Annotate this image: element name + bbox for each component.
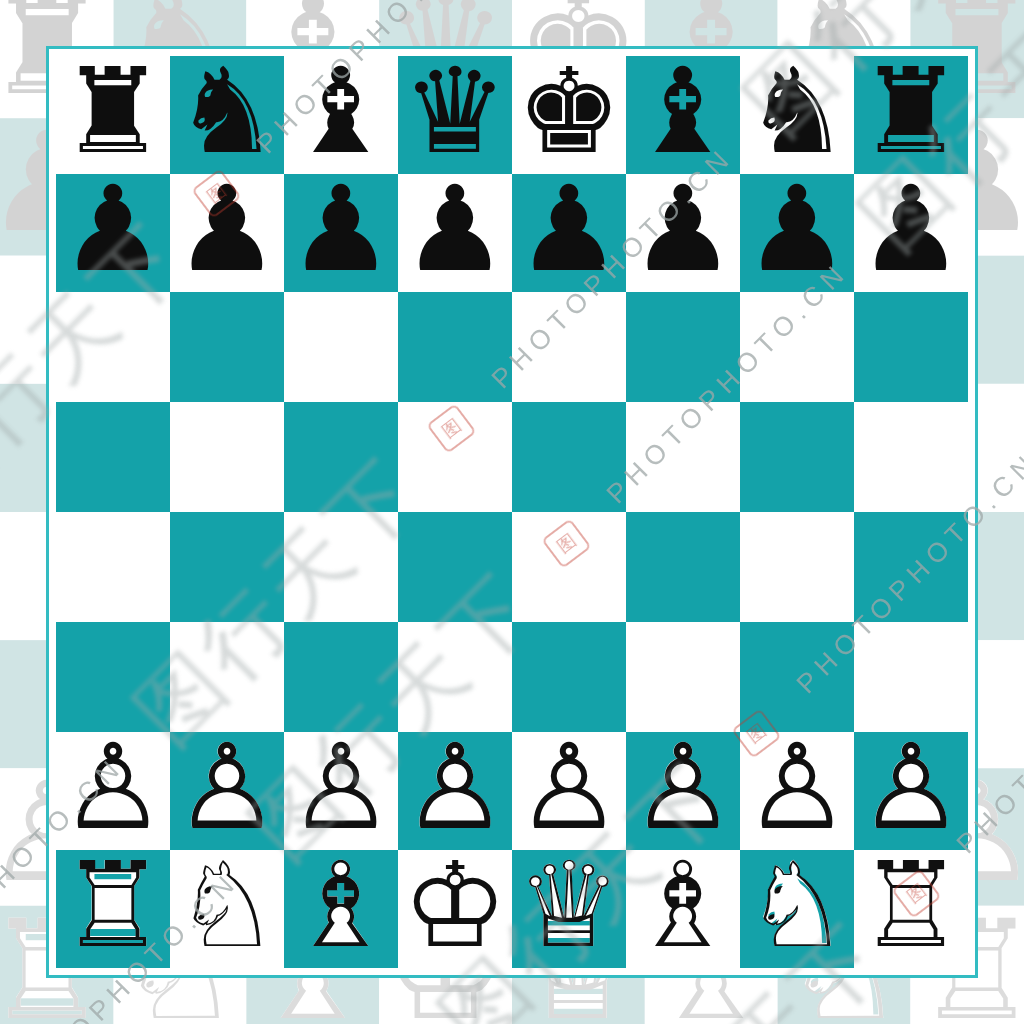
square-g5[interactable] bbox=[740, 402, 854, 512]
square-e4[interactable] bbox=[512, 512, 626, 622]
piece-black-pawn-icon: ♟ bbox=[516, 170, 622, 288]
square-g4[interactable] bbox=[740, 512, 854, 622]
square-b2[interactable]: ♟♙ bbox=[170, 732, 284, 850]
square-d8[interactable]: ♛ bbox=[398, 56, 512, 174]
piece-white-knight-icon: ♞♘ bbox=[744, 846, 850, 964]
square-a1[interactable]: ♜♖ bbox=[56, 850, 170, 968]
square-h5[interactable] bbox=[854, 402, 968, 512]
square-c8[interactable]: ♝ bbox=[284, 56, 398, 174]
square-a4[interactable] bbox=[56, 512, 170, 622]
piece-white-pawn-icon: ♟♙ bbox=[858, 728, 964, 846]
square-h1[interactable]: ♜♖ bbox=[854, 850, 968, 968]
piece-black-pawn-icon: ♟ bbox=[402, 170, 508, 288]
square-e8[interactable]: ♚ bbox=[512, 56, 626, 174]
square-c2[interactable]: ♟♙ bbox=[284, 732, 398, 850]
square-e7[interactable]: ♟ bbox=[512, 174, 626, 292]
square-g1[interactable]: ♞♘ bbox=[740, 850, 854, 968]
piece-black-pawn-icon: ♟ bbox=[60, 170, 166, 288]
square-a7[interactable]: ♟ bbox=[56, 174, 170, 292]
square-f6[interactable] bbox=[626, 292, 740, 402]
square-d5[interactable] bbox=[398, 402, 512, 512]
square-b8[interactable]: ♞ bbox=[170, 56, 284, 174]
piece-black-pawn-icon: ♟ bbox=[630, 170, 736, 288]
piece-white-bishop-icon: ♝♗ bbox=[288, 846, 394, 964]
square-d1[interactable]: ♚♔ bbox=[398, 850, 512, 968]
square-f5[interactable] bbox=[626, 402, 740, 512]
piece-black-knight-icon: ♞ bbox=[744, 52, 850, 170]
chessboard-frame: ♜♞♝♛♚♝♞♜♟♟♟♟♟♟♟♟♟♙♟♙♟♙♟♙♟♙♟♙♟♙♟♙♜♖♞♘♝♗♚♔… bbox=[46, 46, 978, 978]
square-e1[interactable]: ♛♕ bbox=[512, 850, 626, 968]
square-c4[interactable] bbox=[284, 512, 398, 622]
piece-white-pawn-icon: ♟♙ bbox=[174, 728, 280, 846]
square-h3[interactable] bbox=[854, 622, 968, 732]
square-c5[interactable] bbox=[284, 402, 398, 512]
square-e5[interactable] bbox=[512, 402, 626, 512]
piece-black-bishop-icon: ♝ bbox=[288, 52, 394, 170]
square-d6[interactable] bbox=[398, 292, 512, 402]
square-b7[interactable]: ♟ bbox=[170, 174, 284, 292]
piece-white-pawn-icon: ♟♙ bbox=[60, 728, 166, 846]
square-b5[interactable] bbox=[170, 402, 284, 512]
chessboard: ♜♞♝♛♚♝♞♜♟♟♟♟♟♟♟♟♟♙♟♙♟♙♟♙♟♙♟♙♟♙♟♙♜♖♞♘♝♗♚♔… bbox=[56, 56, 968, 968]
piece-white-bishop-icon: ♝♗ bbox=[630, 846, 736, 964]
piece-white-knight-icon: ♞♘ bbox=[174, 846, 280, 964]
square-h2[interactable]: ♟♙ bbox=[854, 732, 968, 850]
piece-black-bishop-icon: ♝ bbox=[630, 52, 736, 170]
square-h4[interactable] bbox=[854, 512, 968, 622]
square-g7[interactable]: ♟ bbox=[740, 174, 854, 292]
square-e3[interactable] bbox=[512, 622, 626, 732]
square-g8[interactable]: ♞ bbox=[740, 56, 854, 174]
square-f1[interactable]: ♝♗ bbox=[626, 850, 740, 968]
square-g2[interactable]: ♟♙ bbox=[740, 732, 854, 850]
piece-white-king-icon: ♚♔ bbox=[402, 846, 508, 964]
square-d4[interactable] bbox=[398, 512, 512, 622]
square-e6[interactable] bbox=[512, 292, 626, 402]
page: ♜♞♝♛♚♝♞♜♟♟♟♟♟♟♟♟♟♙♟♙♟♙♟♙♟♙♟♙♟♙♟♙♜♖♞♘♝♗♚♔… bbox=[0, 0, 1024, 1024]
square-g6[interactable] bbox=[740, 292, 854, 402]
square-c6[interactable] bbox=[284, 292, 398, 402]
square-g3[interactable] bbox=[740, 622, 854, 732]
square-d2[interactable]: ♟♙ bbox=[398, 732, 512, 850]
piece-black-knight-icon: ♞ bbox=[174, 52, 280, 170]
square-d3[interactable] bbox=[398, 622, 512, 732]
square-c1[interactable]: ♝♗ bbox=[284, 850, 398, 968]
square-f2[interactable]: ♟♙ bbox=[626, 732, 740, 850]
piece-black-pawn-icon: ♟ bbox=[858, 170, 964, 288]
square-d7[interactable]: ♟ bbox=[398, 174, 512, 292]
square-f7[interactable]: ♟ bbox=[626, 174, 740, 292]
piece-black-pawn-icon: ♟ bbox=[744, 170, 850, 288]
square-e2[interactable]: ♟♙ bbox=[512, 732, 626, 850]
square-a3[interactable] bbox=[56, 622, 170, 732]
square-c7[interactable]: ♟ bbox=[284, 174, 398, 292]
piece-white-pawn-icon: ♟♙ bbox=[630, 728, 736, 846]
piece-white-pawn-icon: ♟♙ bbox=[288, 728, 394, 846]
piece-white-pawn-icon: ♟♙ bbox=[516, 728, 622, 846]
piece-white-pawn-icon: ♟♙ bbox=[402, 728, 508, 846]
square-f4[interactable] bbox=[626, 512, 740, 622]
square-f8[interactable]: ♝ bbox=[626, 56, 740, 174]
square-a6[interactable] bbox=[56, 292, 170, 402]
piece-black-king-icon: ♚ bbox=[516, 52, 622, 170]
square-a2[interactable]: ♟♙ bbox=[56, 732, 170, 850]
square-b6[interactable] bbox=[170, 292, 284, 402]
square-h6[interactable] bbox=[854, 292, 968, 402]
piece-black-rook-icon: ♜ bbox=[858, 52, 964, 170]
piece-black-rook-icon: ♜ bbox=[60, 52, 166, 170]
piece-black-pawn-icon: ♟ bbox=[174, 170, 280, 288]
piece-black-queen-icon: ♛ bbox=[402, 52, 508, 170]
piece-white-pawn-icon: ♟♙ bbox=[744, 728, 850, 846]
square-a8[interactable]: ♜ bbox=[56, 56, 170, 174]
square-c3[interactable] bbox=[284, 622, 398, 732]
square-h7[interactable]: ♟ bbox=[854, 174, 968, 292]
piece-black-pawn-icon: ♟ bbox=[288, 170, 394, 288]
square-f3[interactable] bbox=[626, 622, 740, 732]
square-b1[interactable]: ♞♘ bbox=[170, 850, 284, 968]
piece-white-queen-icon: ♛♕ bbox=[516, 846, 622, 964]
square-a5[interactable] bbox=[56, 402, 170, 512]
square-b3[interactable] bbox=[170, 622, 284, 732]
piece-white-rook-icon: ♜♖ bbox=[858, 846, 964, 964]
square-h8[interactable]: ♜ bbox=[854, 56, 968, 174]
square-b4[interactable] bbox=[170, 512, 284, 622]
piece-white-rook-icon: ♜♖ bbox=[60, 846, 166, 964]
